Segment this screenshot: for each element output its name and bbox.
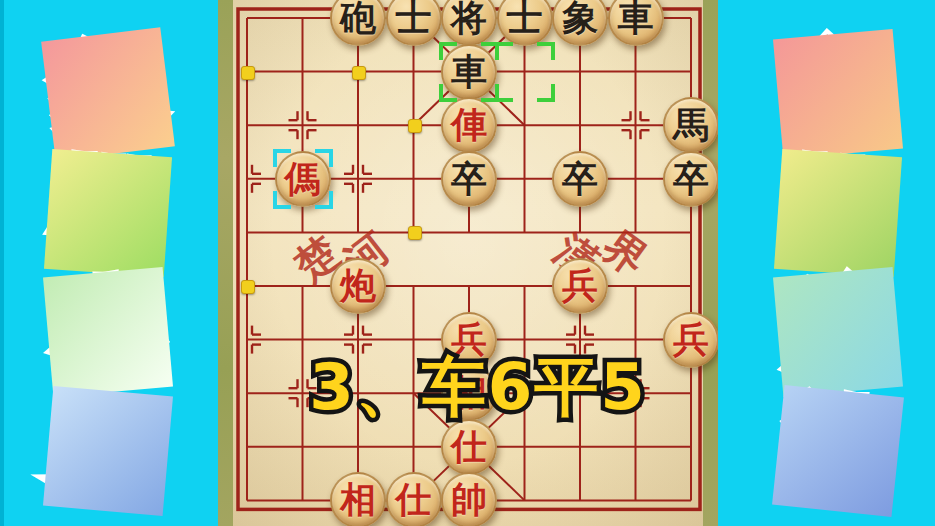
selected-piece-mark [273,149,333,209]
piece-red-兵[interactable]: 兵 [552,258,608,314]
banner-char-layer: 战 [774,149,902,277]
banner-char-勇: 勇勇勇 [43,386,173,516]
banner-char-杀: 杀杀杀 [773,267,903,397]
banner-char-layer: 棋 [44,149,172,277]
piece-red-帥[interactable]: 帥 [441,472,497,526]
piece-red-相[interactable]: 相 [330,472,386,526]
move-hint-dot[interactable] [241,280,255,294]
last-move-mark-corner [537,42,555,60]
banner-char-实: 实实实 [773,29,903,159]
move-caption: 3、车6平5 3、车6平5 [278,348,678,428]
last-move-mark [495,42,555,102]
selected-piece-mark-corner [315,149,333,167]
selected-piece-mark-corner [273,191,291,209]
piece-red-仕[interactable]: 仕 [386,472,442,526]
last-move-mark-corner [537,84,555,102]
last-move-mark-corner [439,42,457,60]
last-move-mark [439,42,499,102]
piece-black-卒[interactable]: 卒 [663,151,718,207]
banner-char-战: 战战战 [774,149,902,277]
xiangqi-board-surface[interactable]: 楚河漢界 砲士将士象車車俥馬傌卒卒卒炮兵兵兵相仕相仕帥 3、车6平5 3、车6平… [218,0,718,526]
banner-char-layer: 法 [772,385,904,517]
piece-black-馬[interactable]: 馬 [663,97,718,153]
banner-char-法: 法法法 [772,385,904,517]
banner-char-小: 小小小 [43,267,173,397]
move-hint-dot[interactable] [241,66,255,80]
move-hint-dot[interactable] [352,66,366,80]
piece-red-炮[interactable]: 炮 [330,258,386,314]
move-hint-dot[interactable] [408,119,422,133]
selected-piece-mark-corner [315,191,333,209]
left-edge-strip [0,0,4,526]
video-frame: 象象象棋棋棋小小小勇勇勇 实实实战战战杀杀杀法法法 楚河漢界 砲士将士象車車俥馬… [0,0,935,526]
banner-char-layer: 杀 [773,267,903,397]
piece-black-卒[interactable]: 卒 [552,151,608,207]
move-caption-text: 3、车6平5 [278,348,678,426]
piece-red-俥[interactable]: 俥 [441,97,497,153]
selected-piece-mark-corner [273,149,291,167]
banner-char-layer: 小 [43,267,173,397]
banner-char-layer: 实 [773,29,903,159]
last-move-mark-corner [481,84,499,102]
piece-black-卒[interactable]: 卒 [441,151,497,207]
banner-char-layer: 勇 [43,386,173,516]
move-hint-dot[interactable] [408,226,422,240]
banner-char-layer: 象 [41,27,175,161]
last-move-mark-corner [481,42,499,60]
banner-char-象: 象象象 [41,27,175,161]
banner-char-棋: 棋棋棋 [44,149,172,277]
last-move-mark-corner [439,84,457,102]
